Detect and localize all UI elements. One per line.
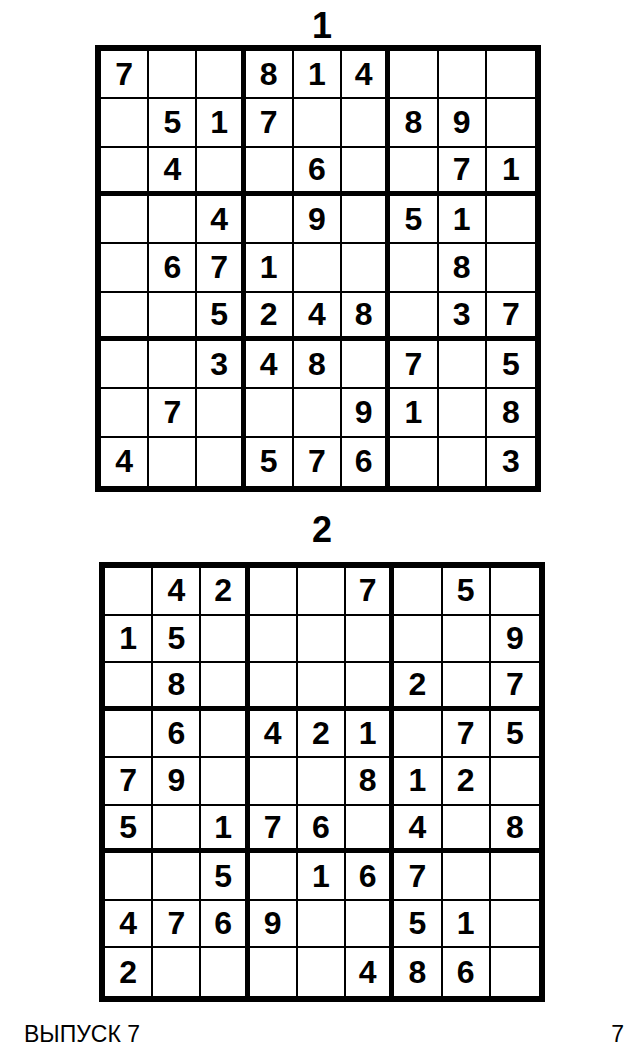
sudoku-2-cell-r5c7[interactable]: 1	[394, 758, 442, 806]
sudoku-1-cell-r3c4[interactable]	[246, 148, 294, 196]
sudoku-2-cell-r9c4[interactable]	[250, 948, 298, 996]
sudoku-1-cell-r1c4[interactable]: 8	[246, 51, 294, 99]
sudoku-2-cell-r5c5[interactable]	[298, 758, 346, 806]
sudoku-1-cell-r7c3[interactable]: 3	[197, 341, 245, 389]
sudoku-2-cell-r3c2[interactable]: 8	[153, 663, 201, 711]
sudoku-2-cell-r4c4[interactable]: 4	[250, 711, 298, 759]
sudoku-1-cell-r7c9[interactable]: 5	[487, 341, 535, 389]
sudoku-2-cell-r9c7[interactable]: 8	[394, 948, 442, 996]
sudoku-2-cell-r7c7[interactable]: 7	[394, 853, 442, 901]
sudoku-1-cell-r1c3[interactable]	[197, 51, 245, 99]
sudoku-1-cell-r9c1[interactable]: 4	[101, 438, 149, 486]
sudoku-2-cell-r7c3[interactable]: 5	[201, 853, 249, 901]
sudoku-2-cell-r2c7[interactable]	[394, 616, 442, 664]
sudoku-1-cell-r2c8[interactable]: 9	[439, 99, 487, 147]
sudoku-1-cell-r6c5[interactable]: 4	[294, 293, 342, 341]
sudoku-2-cell-r5c2[interactable]: 9	[153, 758, 201, 806]
sudoku-1-cell-r8c2[interactable]: 7	[149, 389, 197, 437]
sudoku-1-cell-r5c6[interactable]	[342, 244, 390, 292]
sudoku-2-cell-r9c1[interactable]: 2	[105, 948, 153, 996]
sudoku-board-2: 4275159827642175798125176485167476951248…	[99, 562, 545, 1002]
sudoku-1-cell-r4c6[interactable]	[342, 196, 390, 244]
sudoku-1-cell-r1c8[interactable]	[439, 51, 487, 99]
sudoku-1-cell-r7c1[interactable]	[101, 341, 149, 389]
sudoku-2-cell-r6c5[interactable]: 6	[298, 806, 346, 854]
sudoku-1-cell-r4c9[interactable]	[487, 196, 535, 244]
sudoku-2-cell-r8c6[interactable]	[346, 901, 394, 949]
sudoku-1-cell-r4c2[interactable]	[149, 196, 197, 244]
sudoku-2-cell-r4c6[interactable]: 1	[346, 711, 394, 759]
sudoku-1-cell-r8c7[interactable]: 1	[390, 389, 438, 437]
sudoku-2-cell-r2c5[interactable]	[298, 616, 346, 664]
sudoku-2-cell-r9c3[interactable]	[201, 948, 249, 996]
sudoku-1-cell-r7c4[interactable]: 4	[246, 341, 294, 389]
sudoku-2-cell-r8c9[interactable]	[491, 901, 539, 949]
sudoku-2-cell-r9c8[interactable]: 6	[443, 948, 491, 996]
sudoku-2-cell-r4c7[interactable]	[394, 711, 442, 759]
sudoku-1-cell-r2c9[interactable]	[487, 99, 535, 147]
sudoku-2-cell-r2c4[interactable]	[250, 616, 298, 664]
sudoku-2-cell-r2c3[interactable]	[201, 616, 249, 664]
sudoku-1-cell-r3c6[interactable]	[342, 148, 390, 196]
sudoku-2-cell-r9c5[interactable]	[298, 948, 346, 996]
sudoku-2-cell-r6c8[interactable]	[443, 806, 491, 854]
sudoku-1-cell-r2c2[interactable]: 5	[149, 99, 197, 147]
sudoku-2-cell-r2c2[interactable]: 5	[153, 616, 201, 664]
sudoku-2-cell-r7c4[interactable]	[250, 853, 298, 901]
sudoku-2-cell-r1c1[interactable]	[105, 568, 153, 616]
sudoku-1-cell-r2c3[interactable]: 1	[197, 99, 245, 147]
sudoku-1-cell-r6c6[interactable]: 8	[342, 293, 390, 341]
sudoku-2-cell-r6c3[interactable]: 1	[201, 806, 249, 854]
sudoku-2-cell-r1c5[interactable]	[298, 568, 346, 616]
sudoku-1-cell-r6c8[interactable]: 3	[439, 293, 487, 341]
sudoku-2-cell-r1c8[interactable]: 5	[443, 568, 491, 616]
sudoku-1-cell-r7c6[interactable]	[342, 341, 390, 389]
sudoku-2-cell-r8c2[interactable]: 7	[153, 901, 201, 949]
sudoku-1-cell-r8c5[interactable]	[294, 389, 342, 437]
sudoku-1-cell-r3c9[interactable]: 1	[487, 148, 535, 196]
sudoku-1-cell-r5c8[interactable]: 8	[439, 244, 487, 292]
sudoku-2-cell-r6c9[interactable]: 8	[491, 806, 539, 854]
sudoku-1-cell-r4c7[interactable]: 5	[390, 196, 438, 244]
sudoku-1-cell-r6c7[interactable]	[390, 293, 438, 341]
sudoku-2-cell-r6c2[interactable]	[153, 806, 201, 854]
sudoku-1-cell-r4c5[interactable]: 9	[294, 196, 342, 244]
sudoku-2-cell-r8c4[interactable]: 9	[250, 901, 298, 949]
sudoku-1-cell-r3c8[interactable]: 7	[439, 148, 487, 196]
sudoku-1-cell-r9c2[interactable]	[149, 438, 197, 486]
sudoku-1-cell-r9c6[interactable]: 6	[342, 438, 390, 486]
sudoku-1-cell-r1c2[interactable]	[149, 51, 197, 99]
sudoku-2-cell-r3c1[interactable]	[105, 663, 153, 711]
sudoku-1-cell-r4c3[interactable]: 4	[197, 196, 245, 244]
sudoku-1-cell-r8c1[interactable]	[101, 389, 149, 437]
sudoku-2-cell-r5c8[interactable]: 2	[443, 758, 491, 806]
sudoku-1-cell-r7c2[interactable]	[149, 341, 197, 389]
sudoku-1-cell-r8c9[interactable]: 8	[487, 389, 535, 437]
sudoku-1-cell-r6c4[interactable]: 2	[246, 293, 294, 341]
sudoku-1-cell-r5c5[interactable]	[294, 244, 342, 292]
sudoku-2-cell-r3c3[interactable]	[201, 663, 249, 711]
sudoku-1-cell-r1c7[interactable]	[390, 51, 438, 99]
sudoku-2-cell-r9c2[interactable]	[153, 948, 201, 996]
sudoku-2-cell-r2c9[interactable]: 9	[491, 616, 539, 664]
sudoku-2-cell-r6c4[interactable]: 7	[250, 806, 298, 854]
puzzle-2-title: 2	[0, 512, 644, 548]
sudoku-2-cell-r2c6[interactable]	[346, 616, 394, 664]
sudoku-1-cell-r9c7[interactable]	[390, 438, 438, 486]
sudoku-1-cell-r7c7[interactable]: 7	[390, 341, 438, 389]
sudoku-2-cell-r3c8[interactable]	[443, 663, 491, 711]
sudoku-2-cell-r3c5[interactable]	[298, 663, 346, 711]
sudoku-1-cell-r5c4[interactable]: 1	[246, 244, 294, 292]
sudoku-1-cell-r1c5[interactable]: 1	[294, 51, 342, 99]
sudoku-2-cell-r9c9[interactable]	[491, 948, 539, 996]
sudoku-2-cell-r7c5[interactable]: 1	[298, 853, 346, 901]
sudoku-1-cell-r6c9[interactable]: 7	[487, 293, 535, 341]
sudoku-2-cell-r2c1[interactable]: 1	[105, 616, 153, 664]
sudoku-1-cell-r3c2[interactable]: 4	[149, 148, 197, 196]
sudoku-2-cell-r1c7[interactable]	[394, 568, 442, 616]
sudoku-2-cell-r4c1[interactable]	[105, 711, 153, 759]
sudoku-2-cell-r8c7[interactable]: 5	[394, 901, 442, 949]
puzzle-1-title: 1	[0, 8, 644, 44]
sudoku-2-cell-r7c1[interactable]	[105, 853, 153, 901]
sudoku-board-1: 7814517894671495167185248373487579184576…	[95, 45, 541, 492]
sudoku-2-cell-r5c4[interactable]	[250, 758, 298, 806]
sudoku-1-cell-r5c7[interactable]	[390, 244, 438, 292]
sudoku-2-cell-r1c3[interactable]: 2	[201, 568, 249, 616]
sudoku-2-cell-r1c9[interactable]	[491, 568, 539, 616]
sudoku-2-cell-r6c1[interactable]: 5	[105, 806, 153, 854]
sudoku-1-cell-r3c5[interactable]: 6	[294, 148, 342, 196]
sudoku-1-cell-r1c6[interactable]: 4	[342, 51, 390, 99]
sudoku-1-cell-r8c3[interactable]	[197, 389, 245, 437]
sudoku-1-cell-r9c8[interactable]	[439, 438, 487, 486]
sudoku-1-cell-r5c2[interactable]: 6	[149, 244, 197, 292]
sudoku-book-page: 1 78145178946714951671852483734875791845…	[0, 0, 644, 1060]
sudoku-1-cell-r4c1[interactable]	[101, 196, 149, 244]
sudoku-2-cell-r1c2[interactable]: 4	[153, 568, 201, 616]
sudoku-1-cell-r3c7[interactable]	[390, 148, 438, 196]
sudoku-1-cell-r2c6[interactable]	[342, 99, 390, 147]
sudoku-2-cell-r3c6[interactable]	[346, 663, 394, 711]
sudoku-1-cell-r6c3[interactable]: 5	[197, 293, 245, 341]
sudoku-1-cell-r6c1[interactable]	[101, 293, 149, 341]
sudoku-1-cell-r5c3[interactable]: 7	[197, 244, 245, 292]
sudoku-2-cell-r9c6[interactable]: 4	[346, 948, 394, 996]
sudoku-1-cell-r6c2[interactable]	[149, 293, 197, 341]
sudoku-1-cell-r8c8[interactable]	[439, 389, 487, 437]
page-number: 7	[611, 1021, 624, 1048]
sudoku-2-cell-r8c3[interactable]: 6	[201, 901, 249, 949]
sudoku-2-cell-r7c6[interactable]: 6	[346, 853, 394, 901]
sudoku-2-cell-r8c5[interactable]	[298, 901, 346, 949]
sudoku-2-cell-r5c9[interactable]	[491, 758, 539, 806]
sudoku-1-cell-r2c5[interactable]	[294, 99, 342, 147]
sudoku-2-cell-r5c1[interactable]: 7	[105, 758, 153, 806]
sudoku-1-cell-r9c5[interactable]: 7	[294, 438, 342, 486]
sudoku-2-cell-r8c1[interactable]: 4	[105, 901, 153, 949]
sudoku-1-cell-r4c4[interactable]	[246, 196, 294, 244]
sudoku-2-cell-r5c6[interactable]: 8	[346, 758, 394, 806]
sudoku-1-cell-r3c1[interactable]	[101, 148, 149, 196]
sudoku-2-cell-r6c7[interactable]: 4	[394, 806, 442, 854]
sudoku-2-cell-r6c6[interactable]	[346, 806, 394, 854]
sudoku-1-cell-r2c7[interactable]: 8	[390, 99, 438, 147]
sudoku-1-cell-r9c9[interactable]: 3	[487, 438, 535, 486]
sudoku-2-cell-r7c8[interactable]	[443, 853, 491, 901]
sudoku-1-cell-r1c9[interactable]	[487, 51, 535, 99]
sudoku-1-cell-r8c6[interactable]: 9	[342, 389, 390, 437]
sudoku-2-cell-r8c8[interactable]: 1	[443, 901, 491, 949]
sudoku-2-cell-r4c5[interactable]: 2	[298, 711, 346, 759]
sudoku-2-cell-r4c8[interactable]: 7	[443, 711, 491, 759]
sudoku-2-cell-r3c9[interactable]: 7	[491, 663, 539, 711]
sudoku-1-cell-r7c5[interactable]: 8	[294, 341, 342, 389]
sudoku-1-cell-r2c1[interactable]	[101, 99, 149, 147]
sudoku-2-cell-r3c4[interactable]	[250, 663, 298, 711]
sudoku-2-cell-r1c4[interactable]	[250, 568, 298, 616]
sudoku-2-cell-r4c2[interactable]: 6	[153, 711, 201, 759]
sudoku-1-cell-r9c4[interactable]: 5	[246, 438, 294, 486]
sudoku-1-cell-r3c3[interactable]	[197, 148, 245, 196]
sudoku-1-cell-r9c3[interactable]	[197, 438, 245, 486]
sudoku-2-cell-r7c9[interactable]	[491, 853, 539, 901]
sudoku-2-cell-r3c7[interactable]: 2	[394, 663, 442, 711]
sudoku-1-cell-r2c4[interactable]: 7	[246, 99, 294, 147]
sudoku-2-cell-r2c8[interactable]	[443, 616, 491, 664]
sudoku-2-cell-r4c3[interactable]	[201, 711, 249, 759]
sudoku-1-cell-r5c1[interactable]	[101, 244, 149, 292]
sudoku-2-cell-r5c3[interactable]	[201, 758, 249, 806]
sudoku-1-cell-r8c4[interactable]	[246, 389, 294, 437]
sudoku-1-cell-r4c8[interactable]: 1	[439, 196, 487, 244]
sudoku-1-cell-r1c1[interactable]: 7	[101, 51, 149, 99]
sudoku-1-cell-r5c9[interactable]	[487, 244, 535, 292]
sudoku-2-cell-r1c6[interactable]: 7	[346, 568, 394, 616]
sudoku-2-cell-r4c9[interactable]: 5	[491, 711, 539, 759]
sudoku-2-cell-r7c2[interactable]	[153, 853, 201, 901]
sudoku-1-cell-r7c8[interactable]	[439, 341, 487, 389]
issue-label: ВЫПУСК 7	[24, 1021, 140, 1048]
